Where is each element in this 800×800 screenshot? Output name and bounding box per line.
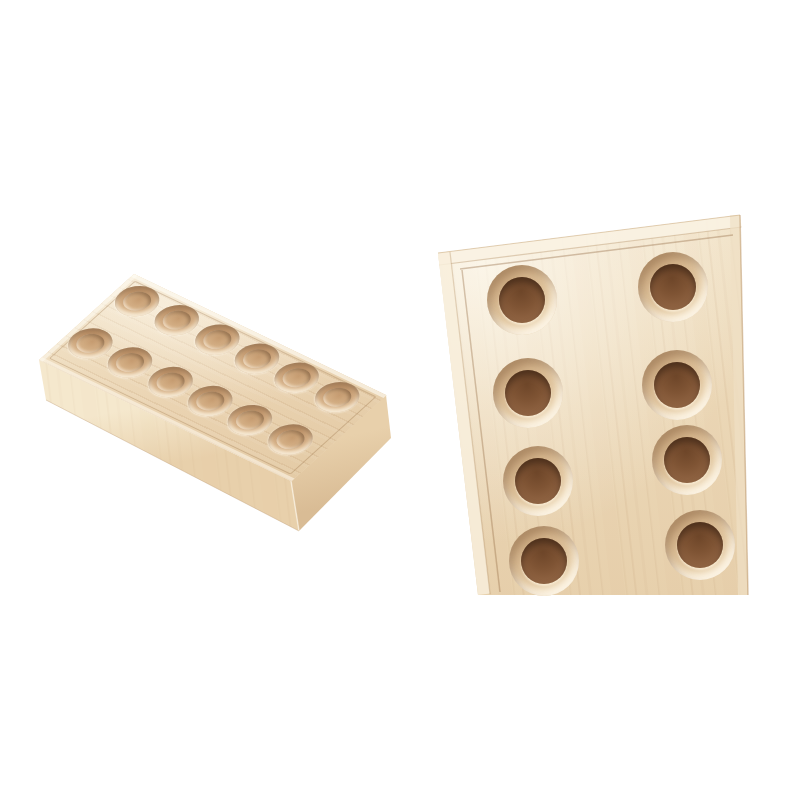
closeup-pit-5-bore <box>515 458 561 504</box>
product-photo-stage <box>0 0 800 800</box>
closeup-pit-4[interactable] <box>642 350 712 420</box>
closeup-pit-1[interactable] <box>487 265 557 335</box>
closeup-detail-layer <box>0 0 800 800</box>
closeup-pit-3[interactable] <box>493 358 563 428</box>
closeup-pit-2-bore <box>650 264 696 310</box>
closeup-pit-5[interactable] <box>503 446 573 516</box>
closeup-pit-3-bore <box>505 370 551 416</box>
closeup-pit-8[interactable] <box>665 510 735 580</box>
closeup-pit-1-bore <box>499 277 545 323</box>
closeup-pit-8-bore <box>677 522 723 568</box>
closeup-pit-2[interactable] <box>638 252 708 322</box>
closeup-pit-6-bore <box>664 437 710 483</box>
closeup-pit-6[interactable] <box>652 425 722 495</box>
closeup-pit-4-bore <box>654 362 700 408</box>
closeup-pit-7-bore <box>521 538 567 584</box>
closeup-pit-7[interactable] <box>509 526 579 596</box>
